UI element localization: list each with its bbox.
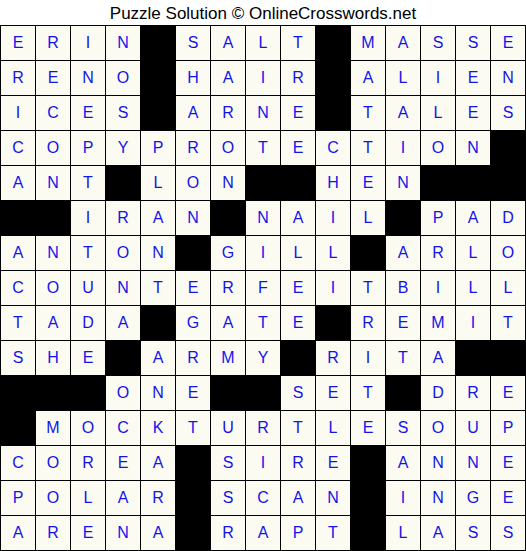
cell-r10c13: A xyxy=(421,341,455,375)
cell-r12c12: S xyxy=(386,411,420,445)
cell-r5c10: H xyxy=(316,166,350,200)
cell-r8c1: C xyxy=(1,271,35,305)
cell-r6c1-black xyxy=(1,201,35,235)
cell-r14c7: S xyxy=(211,481,245,515)
cell-r6c11: L xyxy=(351,201,385,235)
cell-r8c11: T xyxy=(351,271,385,305)
cell-r14c13: N xyxy=(421,481,455,515)
cell-r4c6: R xyxy=(176,131,210,165)
cell-r6c13: P xyxy=(421,201,455,235)
cell-r7c15: O xyxy=(491,236,525,270)
cell-r3c2: C xyxy=(36,96,70,130)
cell-r7c13: R xyxy=(421,236,455,270)
cell-r14c10: N xyxy=(316,481,350,515)
cell-r8c7: R xyxy=(211,271,245,305)
cell-r14c4: A xyxy=(106,481,140,515)
cell-r4c7: O xyxy=(211,131,245,165)
cell-r12c10: L xyxy=(316,411,350,445)
cell-r9c5-black xyxy=(141,306,175,340)
cell-r11c8-black xyxy=(246,376,280,410)
cell-r4c9: E xyxy=(281,131,315,165)
cell-r10c3: E xyxy=(71,341,105,375)
cell-r2c5-black xyxy=(141,61,175,95)
cell-r4c4: Y xyxy=(106,131,140,165)
cell-r13c13: N xyxy=(421,446,455,480)
cell-r1c4: N xyxy=(106,26,140,60)
cell-r4c13: O xyxy=(421,131,455,165)
cell-r11c1-black xyxy=(1,376,35,410)
cell-r9c13: M xyxy=(421,306,455,340)
cell-r12c3: O xyxy=(71,411,105,445)
cell-r6c4: R xyxy=(106,201,140,235)
cell-r3c15: S xyxy=(491,96,525,130)
cell-r6c6: N xyxy=(176,201,210,235)
cell-r1c14: S xyxy=(456,26,490,60)
cell-r6c2-black xyxy=(36,201,70,235)
cell-r1c6: S xyxy=(176,26,210,60)
cell-r11c4: O xyxy=(106,376,140,410)
cell-r9c2: A xyxy=(36,306,70,340)
cell-r5c6: O xyxy=(176,166,210,200)
cell-r15c7: R xyxy=(211,516,245,550)
cell-r13c7: S xyxy=(211,446,245,480)
cell-r14c9: A xyxy=(281,481,315,515)
cell-r5c9-black xyxy=(281,166,315,200)
cell-r15c12: L xyxy=(386,516,420,550)
cell-r11c13: D xyxy=(421,376,455,410)
cell-r4c14: N xyxy=(456,131,490,165)
cell-r5c4-black xyxy=(106,166,140,200)
cell-r8c15: L xyxy=(491,271,525,305)
cell-r2c1: R xyxy=(1,61,35,95)
cell-r10c7: M xyxy=(211,341,245,375)
cell-r7c12: A xyxy=(386,236,420,270)
cell-r14c1: P xyxy=(1,481,35,515)
cell-r5c15-black xyxy=(491,166,525,200)
cell-r8c4: N xyxy=(106,271,140,305)
cell-r7c3: T xyxy=(71,236,105,270)
crossword-grid: ERINSALTMASSERENOHAIRALIENICESARNETALESC… xyxy=(0,25,526,551)
cell-r10c8: Y xyxy=(246,341,280,375)
cell-r15c4: N xyxy=(106,516,140,550)
cell-r2c6: H xyxy=(176,61,210,95)
page-title: Puzzle Solution © OnlineCrosswords.net xyxy=(0,0,526,25)
cell-r9c10-black xyxy=(316,306,350,340)
cell-r8c3: U xyxy=(71,271,105,305)
cell-r12c11: E xyxy=(351,411,385,445)
cell-r6c12-black xyxy=(386,201,420,235)
cell-r6c15: D xyxy=(491,201,525,235)
cell-r7c9: L xyxy=(281,236,315,270)
cell-r1c3: I xyxy=(71,26,105,60)
cell-r10c2: H xyxy=(36,341,70,375)
cell-r14c14: G xyxy=(456,481,490,515)
cell-r1c5-black xyxy=(141,26,175,60)
cell-r12c5: K xyxy=(141,411,175,445)
cell-r7c2: N xyxy=(36,236,70,270)
cell-r4c3: P xyxy=(71,131,105,165)
cell-r7c5: N xyxy=(141,236,175,270)
cell-r9c3: D xyxy=(71,306,105,340)
cell-r8c13: I xyxy=(421,271,455,305)
cell-r9c6: G xyxy=(176,306,210,340)
cell-r5c11: E xyxy=(351,166,385,200)
cell-r6c14: A xyxy=(456,201,490,235)
cell-r11c3-black xyxy=(71,376,105,410)
cell-r7c1: A xyxy=(1,236,35,270)
cell-r13c2: O xyxy=(36,446,70,480)
cell-r9c8: T xyxy=(246,306,280,340)
cell-r14c12: I xyxy=(386,481,420,515)
puzzle-page: Puzzle Solution © OnlineCrosswords.net E… xyxy=(0,0,526,551)
cell-r5c1: A xyxy=(1,166,35,200)
cell-r9c12: E xyxy=(386,306,420,340)
cell-r13c9: R xyxy=(281,446,315,480)
cell-r13c11-black xyxy=(351,446,385,480)
cell-r13c15: E xyxy=(491,446,525,480)
cell-r14c8: C xyxy=(246,481,280,515)
cell-r7c4: O xyxy=(106,236,140,270)
cell-r2c7: A xyxy=(211,61,245,95)
cell-r4c8: T xyxy=(246,131,280,165)
cell-r4c11: T xyxy=(351,131,385,165)
cell-r5c13-black xyxy=(421,166,455,200)
cell-r4c15-black xyxy=(491,131,525,165)
cell-r7c10: L xyxy=(316,236,350,270)
cell-r5c2: N xyxy=(36,166,70,200)
cell-r13c5: A xyxy=(141,446,175,480)
cell-r5c14-black xyxy=(456,166,490,200)
cell-r15c15: S xyxy=(491,516,525,550)
cell-r1c9: T xyxy=(281,26,315,60)
cell-r7c11-black xyxy=(351,236,385,270)
cell-r14c5: R xyxy=(141,481,175,515)
cell-r9c7: A xyxy=(211,306,245,340)
cell-r5c8-black xyxy=(246,166,280,200)
cell-r3c1: I xyxy=(1,96,35,130)
cell-r15c5: A xyxy=(141,516,175,550)
cell-r8c14: L xyxy=(456,271,490,305)
cell-r1c7: A xyxy=(211,26,245,60)
cell-r15c11-black xyxy=(351,516,385,550)
cell-r3c10-black xyxy=(316,96,350,130)
cell-r1c13: S xyxy=(421,26,455,60)
cell-r10c1: S xyxy=(1,341,35,375)
cell-r1c8: L xyxy=(246,26,280,60)
cell-r13c8: I xyxy=(246,446,280,480)
cell-r15c8: A xyxy=(246,516,280,550)
cell-r5c5: L xyxy=(141,166,175,200)
cell-r12c15: P xyxy=(491,411,525,445)
cell-r6c5: A xyxy=(141,201,175,235)
cell-r6c8: N xyxy=(246,201,280,235)
cell-r3c11: T xyxy=(351,96,385,130)
cell-r15c13: A xyxy=(421,516,455,550)
cell-r9c14: I xyxy=(456,306,490,340)
cell-r3c4: S xyxy=(106,96,140,130)
cell-r11c12-black xyxy=(386,376,420,410)
cell-r1c10-black xyxy=(316,26,350,60)
cell-r12c13: O xyxy=(421,411,455,445)
cell-r1c11: M xyxy=(351,26,385,60)
cell-r6c9: A xyxy=(281,201,315,235)
cell-r4c10: C xyxy=(316,131,350,165)
cell-r2c13: I xyxy=(421,61,455,95)
cell-r3c6: A xyxy=(176,96,210,130)
cell-r2c14: E xyxy=(456,61,490,95)
cell-r11c14: R xyxy=(456,376,490,410)
cell-r11c2-black xyxy=(36,376,70,410)
cell-r3c12: A xyxy=(386,96,420,130)
cell-r5c7: N xyxy=(211,166,245,200)
cell-r9c11: R xyxy=(351,306,385,340)
cell-r2c2: E xyxy=(36,61,70,95)
cell-r12c7: U xyxy=(211,411,245,445)
cell-r11c6: E xyxy=(176,376,210,410)
cell-r15c9: P xyxy=(281,516,315,550)
cell-r13c14: N xyxy=(456,446,490,480)
cell-r3c14: E xyxy=(456,96,490,130)
cell-r14c3: L xyxy=(71,481,105,515)
cell-r15c3: E xyxy=(71,516,105,550)
cell-r13c12: A xyxy=(386,446,420,480)
cell-r12c8: R xyxy=(246,411,280,445)
cell-r10c15-black xyxy=(491,341,525,375)
cell-r12c2: M xyxy=(36,411,70,445)
cell-r3c5-black xyxy=(141,96,175,130)
cell-r3c13: L xyxy=(421,96,455,130)
cell-r2c12: L xyxy=(386,61,420,95)
cell-r11c7-black xyxy=(211,376,245,410)
cell-r1c15: E xyxy=(491,26,525,60)
cell-r9c9: E xyxy=(281,306,315,340)
cell-r1c2: R xyxy=(36,26,70,60)
cell-r10c12: T xyxy=(386,341,420,375)
cell-r11c10: E xyxy=(316,376,350,410)
cell-r14c6-black xyxy=(176,481,210,515)
cell-r14c2: O xyxy=(36,481,70,515)
cell-r13c3: R xyxy=(71,446,105,480)
cell-r2c4: O xyxy=(106,61,140,95)
cell-r5c3: T xyxy=(71,166,105,200)
cell-r14c15: E xyxy=(491,481,525,515)
cell-r4c5: P xyxy=(141,131,175,165)
cell-r8c6: E xyxy=(176,271,210,305)
cell-r4c2: O xyxy=(36,131,70,165)
cell-r9c15: T xyxy=(491,306,525,340)
cell-r10c10: R xyxy=(316,341,350,375)
cell-r3c3: E xyxy=(71,96,105,130)
cell-r6c10: I xyxy=(316,201,350,235)
cell-r11c9: S xyxy=(281,376,315,410)
cell-r15c1: A xyxy=(1,516,35,550)
cell-r3c8: N xyxy=(246,96,280,130)
cell-r8c2: O xyxy=(36,271,70,305)
cell-r4c12: I xyxy=(386,131,420,165)
cell-r7c14: L xyxy=(456,236,490,270)
cell-r9c4: A xyxy=(106,306,140,340)
cell-r4c1: C xyxy=(1,131,35,165)
cell-r7c7: G xyxy=(211,236,245,270)
cell-r12c4: C xyxy=(106,411,140,445)
cell-r8c9: E xyxy=(281,271,315,305)
cell-r13c1: C xyxy=(1,446,35,480)
cell-r2c9: R xyxy=(281,61,315,95)
cell-r7c8: I xyxy=(246,236,280,270)
cell-r15c6-black xyxy=(176,516,210,550)
cell-r10c4-black xyxy=(106,341,140,375)
cell-r12c9: T xyxy=(281,411,315,445)
cell-r15c10: T xyxy=(316,516,350,550)
cell-r15c14: S xyxy=(456,516,490,550)
cell-r8c8: F xyxy=(246,271,280,305)
cell-r7c6-black xyxy=(176,236,210,270)
cell-r10c5: A xyxy=(141,341,175,375)
cell-r2c15: N xyxy=(491,61,525,95)
cell-r11c11: T xyxy=(351,376,385,410)
cell-r3c7: R xyxy=(211,96,245,130)
cell-r13c6-black xyxy=(176,446,210,480)
cell-r10c6: R xyxy=(176,341,210,375)
cell-r2c8: I xyxy=(246,61,280,95)
cell-r12c1-black xyxy=(1,411,35,445)
cell-r8c5: T xyxy=(141,271,175,305)
cell-r11c5: N xyxy=(141,376,175,410)
cell-r1c1: E xyxy=(1,26,35,60)
cell-r15c2: R xyxy=(36,516,70,550)
cell-r12c14: U xyxy=(456,411,490,445)
cell-r9c1: T xyxy=(1,306,35,340)
cell-r5c12: N xyxy=(386,166,420,200)
cell-r14c11-black xyxy=(351,481,385,515)
cell-r12c6: T xyxy=(176,411,210,445)
cell-r6c7-black xyxy=(211,201,245,235)
cell-r2c3: N xyxy=(71,61,105,95)
cell-r3c9: E xyxy=(281,96,315,130)
cell-r10c11: I xyxy=(351,341,385,375)
cell-r1c12: A xyxy=(386,26,420,60)
cell-r11c15: E xyxy=(491,376,525,410)
cell-r2c10-black xyxy=(316,61,350,95)
cell-r13c4: E xyxy=(106,446,140,480)
cell-r10c9-black xyxy=(281,341,315,375)
cell-r13c10: E xyxy=(316,446,350,480)
cell-r6c3: I xyxy=(71,201,105,235)
cell-r2c11: A xyxy=(351,61,385,95)
cell-r10c14-black xyxy=(456,341,490,375)
cell-r8c10: I xyxy=(316,271,350,305)
cell-r8c12: B xyxy=(386,271,420,305)
